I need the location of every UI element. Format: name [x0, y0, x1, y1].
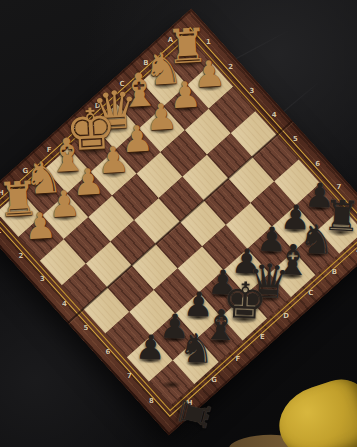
rank-label-5: 5 — [293, 136, 298, 143]
file-label-e: E — [71, 125, 76, 132]
file-label-f: F — [47, 146, 52, 153]
rank-label-6: 6 — [105, 349, 110, 356]
rank-label-7: 7 — [127, 373, 132, 380]
file-label-c: C — [119, 81, 124, 88]
file-label-c: C — [308, 291, 313, 298]
rank-label-6: 6 — [315, 160, 320, 167]
rank-label-5: 5 — [84, 325, 89, 332]
file-label-b: B — [143, 59, 148, 66]
rank-label-2: 2 — [18, 252, 23, 259]
file-label-d: D — [95, 103, 101, 110]
chess-board: 1122334455667788AABBCCDDEEFFGGHH — [0, 9, 357, 436]
file-label-g: G — [22, 168, 28, 175]
rank-label-2: 2 — [228, 64, 233, 71]
file-label-e: E — [260, 334, 265, 341]
file-label-b: B — [332, 269, 337, 276]
file-label-h: H — [187, 399, 193, 406]
file-label-a: A — [167, 38, 172, 45]
rank-label-7: 7 — [337, 185, 342, 192]
file-label-h: H — [0, 190, 4, 197]
chessboard-photo: 1122334455667788AABBCCDDEEFFGGHH ♜♞♝♛♚♝♞… — [0, 0, 357, 447]
rank-label-8: 8 — [149, 397, 154, 404]
rank-label-1: 1 — [206, 40, 211, 47]
rank-label-3: 3 — [250, 88, 255, 95]
rank-label-3: 3 — [40, 277, 45, 284]
rank-label-4: 4 — [62, 301, 67, 308]
file-label-f: F — [236, 356, 241, 363]
table-object-cloth — [270, 373, 357, 447]
file-label-g: G — [211, 378, 217, 385]
file-label-d: D — [284, 312, 290, 319]
rank-label-1: 1 — [0, 228, 2, 235]
board-grid — [0, 38, 357, 405]
rank-label-4: 4 — [271, 112, 276, 119]
